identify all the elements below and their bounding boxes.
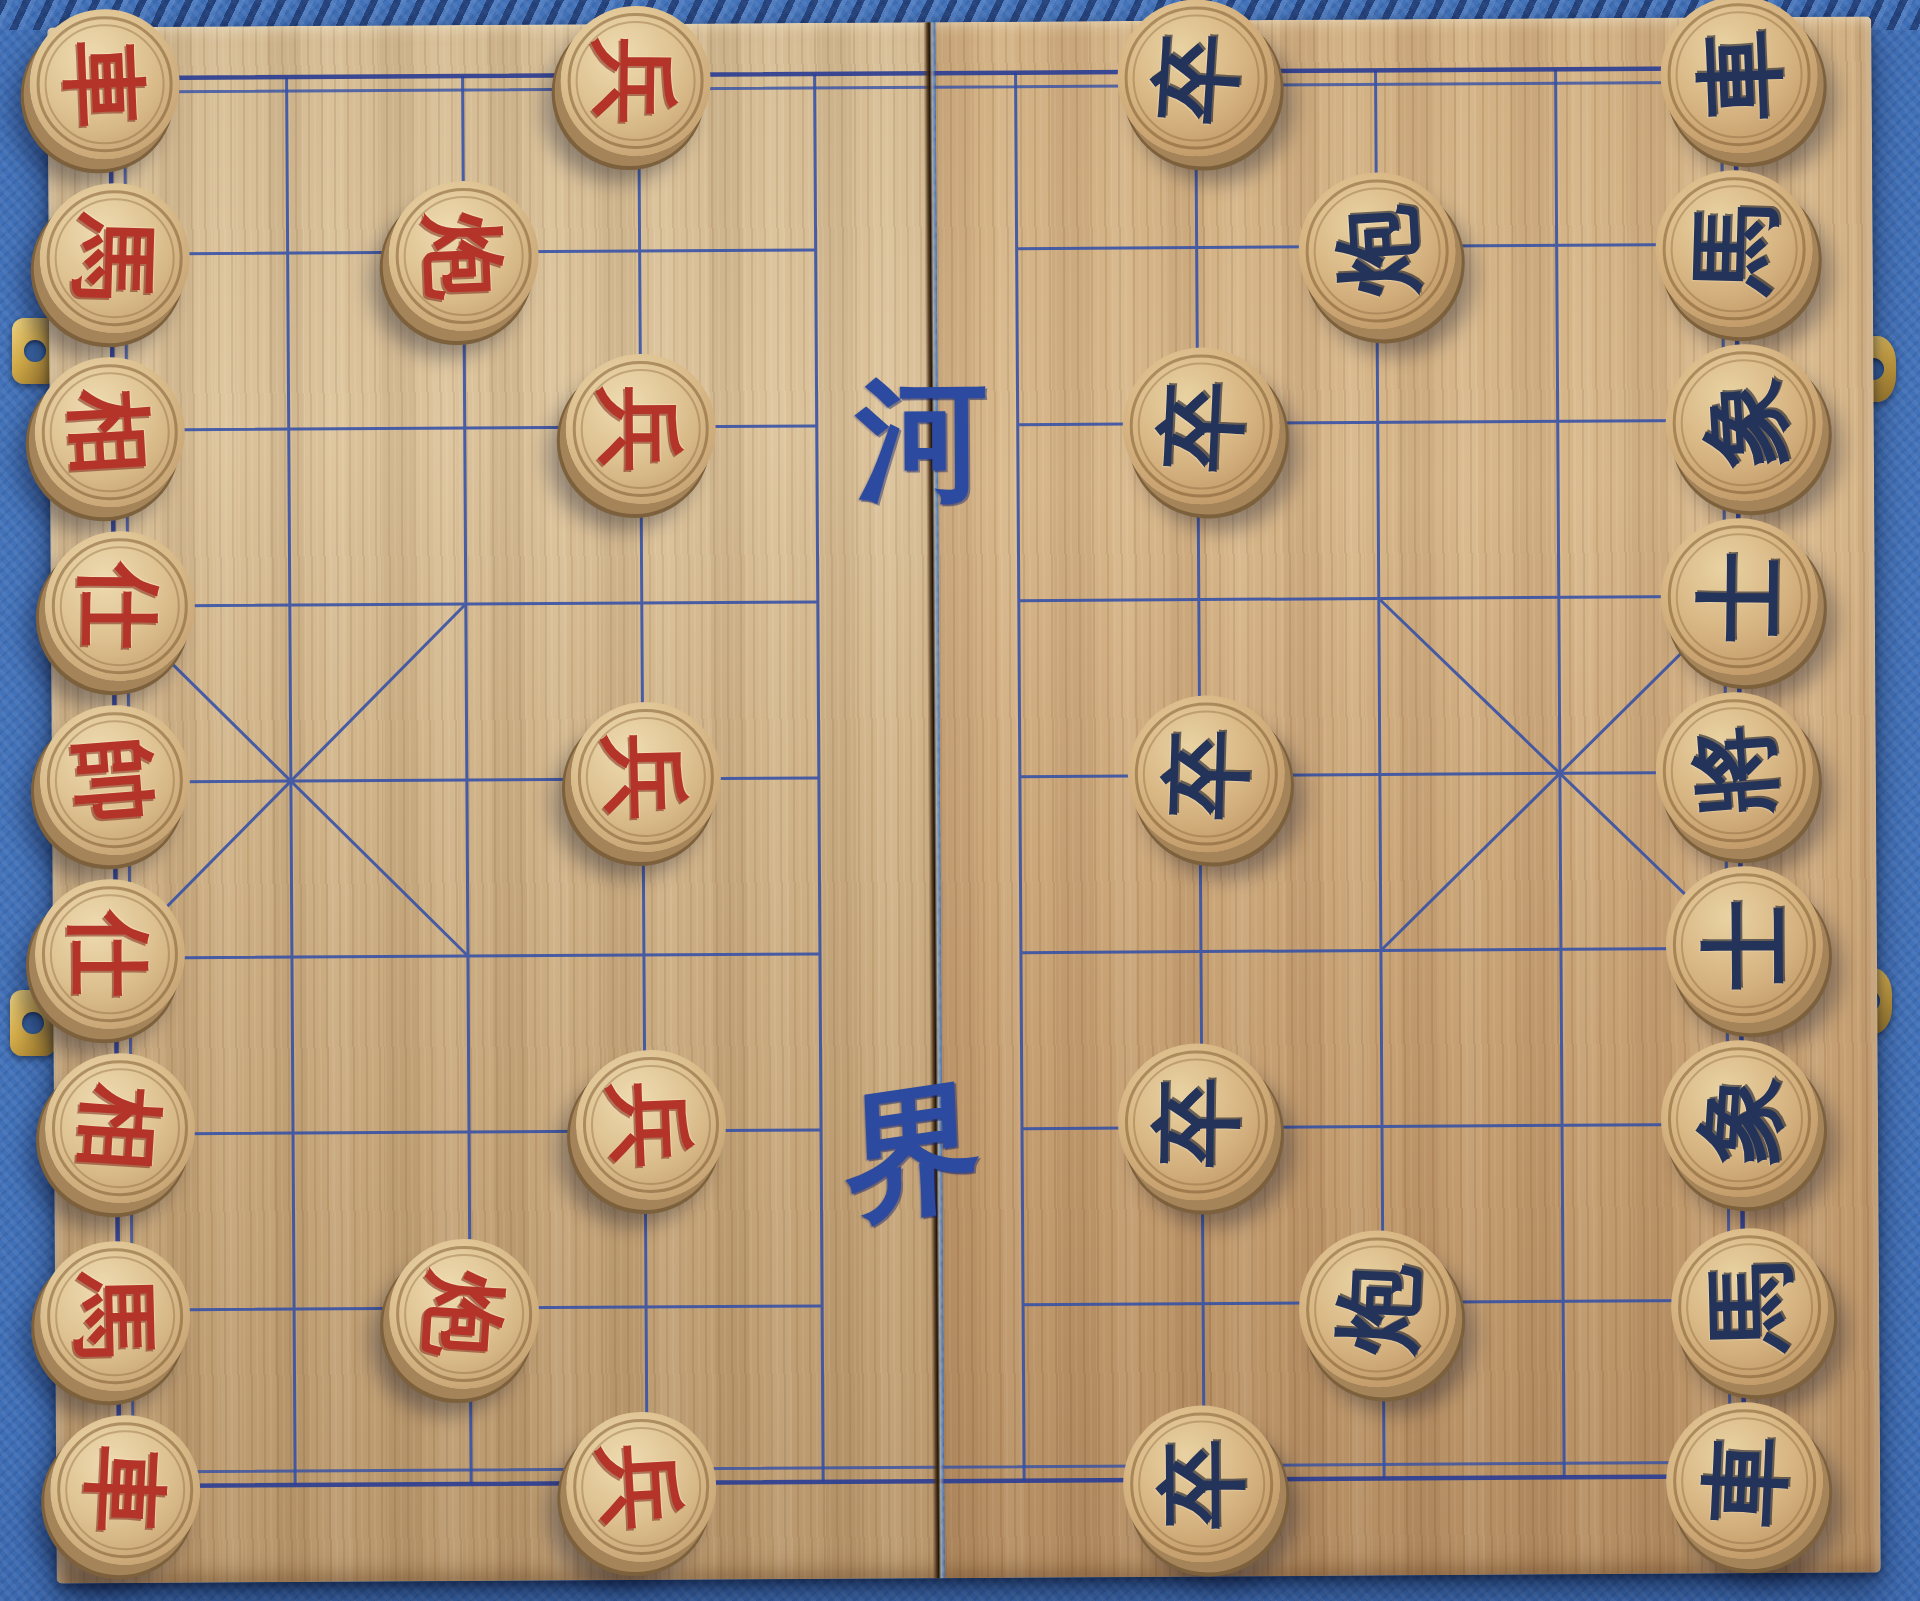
black-elephant-glyph: 象 xyxy=(1656,1035,1823,1202)
black-soldier-glyph: 卒 xyxy=(1112,0,1279,161)
black-soldier-glyph: 卒 xyxy=(1122,1405,1280,1563)
table-felt: 河 界 車馬相仕帥仕相馬車炮炮兵兵兵兵兵卒卒卒卒卒炮炮車馬象士將士象馬車 xyxy=(0,0,1920,1601)
red-soldier[interactable]: 兵 xyxy=(560,6,711,157)
red-soldier[interactable]: 兵 xyxy=(565,354,716,505)
red-chariot[interactable]: 車 xyxy=(50,1415,201,1566)
red-advisor[interactable]: 仕 xyxy=(34,879,185,1030)
black-horse[interactable]: 馬 xyxy=(1655,169,1813,327)
black-soldier-glyph: 卒 xyxy=(1119,344,1283,508)
red-soldier[interactable]: 兵 xyxy=(570,701,721,852)
red-horse[interactable]: 馬 xyxy=(40,1241,191,1392)
red-cannon-glyph: 炮 xyxy=(385,1234,544,1393)
black-elephant[interactable]: 象 xyxy=(1660,1039,1818,1197)
red-soldier[interactable]: 兵 xyxy=(566,1412,717,1563)
red-chariot[interactable]: 車 xyxy=(29,9,180,160)
black-soldier-glyph: 卒 xyxy=(1117,1042,1276,1201)
black-soldier[interactable]: 卒 xyxy=(1117,1043,1275,1201)
red-elephant[interactable]: 相 xyxy=(34,357,185,508)
red-cannon[interactable]: 炮 xyxy=(388,181,539,332)
black-horse[interactable]: 馬 xyxy=(1670,1227,1828,1385)
red-advisor[interactable]: 仕 xyxy=(44,531,195,682)
black-cannon[interactable]: 炮 xyxy=(1298,171,1456,329)
black-elephant-glyph: 象 xyxy=(1661,339,1827,505)
red-horse-glyph: 馬 xyxy=(38,181,192,335)
piece-grid: 車馬相仕帥仕相馬車炮炮兵兵兵兵兵卒卒卒卒卒炮炮車馬象士將士象馬車 xyxy=(22,0,1835,1575)
black-soldier-glyph: 卒 xyxy=(1125,693,1286,854)
red-soldier-glyph: 兵 xyxy=(569,700,722,853)
black-chariot-glyph: 車 xyxy=(1662,1398,1826,1562)
red-elephant-glyph: 相 xyxy=(30,353,189,512)
black-general[interactable]: 將 xyxy=(1655,691,1813,849)
red-advisor-glyph: 仕 xyxy=(34,879,185,1030)
red-soldier-glyph: 兵 xyxy=(573,1047,729,1203)
red-elephant-glyph: 相 xyxy=(40,1049,199,1208)
black-horse-glyph: 馬 xyxy=(1669,1226,1830,1387)
black-soldier[interactable]: 卒 xyxy=(1127,695,1285,853)
red-chariot-glyph: 車 xyxy=(27,6,183,162)
black-general-glyph: 將 xyxy=(1650,686,1818,854)
red-chariot-glyph: 車 xyxy=(47,1412,204,1569)
black-cannon[interactable]: 炮 xyxy=(1298,1230,1456,1388)
black-soldier[interactable]: 卒 xyxy=(1122,1405,1280,1563)
black-elephant[interactable]: 象 xyxy=(1665,343,1823,501)
red-horse-glyph: 馬 xyxy=(38,1239,191,1392)
black-cannon-glyph: 炮 xyxy=(1294,168,1460,334)
red-cannon[interactable]: 炮 xyxy=(389,1239,540,1390)
red-soldier[interactable]: 兵 xyxy=(576,1049,727,1200)
black-advisor-glyph: 士 xyxy=(1659,517,1818,676)
red-general[interactable]: 帥 xyxy=(39,705,190,856)
red-general-glyph: 帥 xyxy=(34,700,195,861)
black-advisor[interactable]: 士 xyxy=(1665,865,1823,1023)
black-chariot[interactable]: 車 xyxy=(1665,1401,1823,1559)
red-soldier-glyph: 兵 xyxy=(562,1408,721,1567)
black-horse-glyph: 馬 xyxy=(1653,168,1814,329)
black-cannon-glyph: 炮 xyxy=(1295,1226,1459,1390)
red-horse[interactable]: 馬 xyxy=(39,183,190,334)
black-advisor-glyph: 士 xyxy=(1665,865,1823,1023)
red-advisor-glyph: 仕 xyxy=(44,530,196,682)
black-chariot[interactable]: 車 xyxy=(1660,0,1818,153)
red-cannon-glyph: 炮 xyxy=(386,178,542,334)
red-soldier-glyph: 兵 xyxy=(565,354,716,505)
black-advisor[interactable]: 士 xyxy=(1660,517,1818,675)
black-chariot-glyph: 車 xyxy=(1657,0,1820,156)
black-soldier[interactable]: 卒 xyxy=(1117,0,1275,157)
red-soldier-glyph: 兵 xyxy=(560,5,712,157)
red-elephant[interactable]: 相 xyxy=(45,1053,196,1204)
xiangqi-board[interactable]: 河 界 車馬相仕帥仕相馬車炮炮兵兵兵兵兵卒卒卒卒卒炮炮車馬象士將士象馬車 xyxy=(47,16,1880,1583)
black-soldier[interactable]: 卒 xyxy=(1122,347,1280,505)
